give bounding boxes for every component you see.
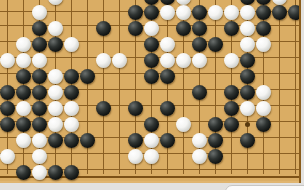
black-stone — [288, 5, 301, 21]
black-stone — [48, 165, 64, 181]
black-stone — [16, 165, 32, 181]
app-frame — [0, 0, 304, 190]
dialog-button[interactable] — [225, 185, 304, 190]
white-stone — [32, 165, 48, 181]
black-stone — [64, 165, 80, 181]
go-board[interactable] — [0, 0, 301, 183]
